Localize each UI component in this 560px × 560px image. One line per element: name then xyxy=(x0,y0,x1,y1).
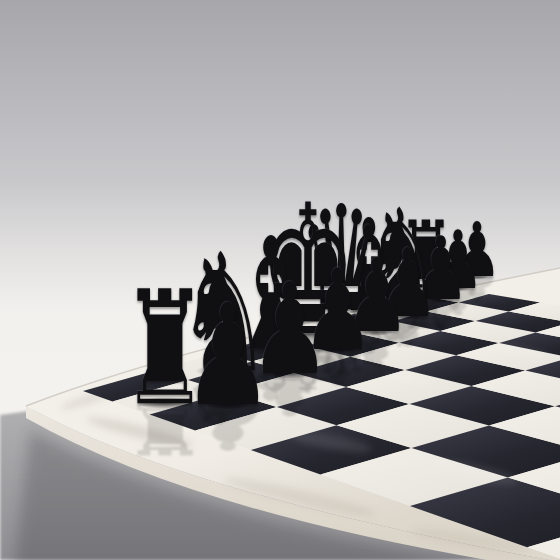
board-scene xyxy=(0,0,560,560)
scene-photo: ♟♟♟♟♜♜♟♟♞♞♝♝♟♟♛♛♟♟♚♚♝♝♟♟♞♞♟♟♜♜♟♟ xyxy=(0,0,560,560)
